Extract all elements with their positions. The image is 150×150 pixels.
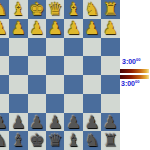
square-a8[interactable]: ♜ xyxy=(101,131,119,150)
piece-white-bishop[interactable]: ♝ xyxy=(11,0,26,19)
piece-white-pawn[interactable]: ♟ xyxy=(11,19,26,38)
piece-black-pawn[interactable]: ♟ xyxy=(84,113,99,132)
square-b7[interactable]: ♟ xyxy=(83,113,101,132)
bottom-time-bar xyxy=(120,75,149,79)
square-b3[interactable] xyxy=(83,38,101,57)
square-e1[interactable]: ♚ xyxy=(28,0,46,19)
square-d6[interactable] xyxy=(46,94,64,113)
square-e6[interactable] xyxy=(28,94,46,113)
square-a4[interactable] xyxy=(101,56,119,75)
square-e3[interactable] xyxy=(28,38,46,57)
square-d2[interactable]: ♟ xyxy=(46,19,64,38)
square-g4[interactable] xyxy=(0,56,9,75)
piece-black-pawn[interactable]: ♟ xyxy=(48,113,63,132)
piece-black-queen[interactable]: ♛ xyxy=(48,131,63,150)
square-b2[interactable]: ♟ xyxy=(83,19,101,38)
piece-black-knight[interactable]: ♞ xyxy=(0,131,8,150)
piece-white-pawn[interactable]: ♟ xyxy=(66,19,81,38)
piece-white-pawn[interactable]: ♟ xyxy=(84,19,99,38)
square-e5[interactable] xyxy=(28,75,46,94)
piece-white-pawn[interactable]: ♟ xyxy=(0,19,8,38)
square-b5[interactable] xyxy=(83,75,101,94)
square-c1[interactable]: ♝ xyxy=(64,0,82,19)
piece-white-pawn[interactable]: ♟ xyxy=(29,19,44,38)
piece-black-pawn[interactable]: ♟ xyxy=(66,113,81,132)
square-e4[interactable] xyxy=(28,56,46,75)
square-e8[interactable]: ♚ xyxy=(28,131,46,150)
square-f2[interactable]: ♟ xyxy=(9,19,27,38)
piece-white-rook[interactable]: ♜ xyxy=(103,0,118,19)
square-d7[interactable]: ♟ xyxy=(46,113,64,132)
piece-black-pawn[interactable]: ♟ xyxy=(29,113,44,132)
square-a1[interactable]: ♜ xyxy=(101,0,119,19)
square-d3[interactable] xyxy=(46,38,64,57)
piece-black-rook[interactable]: ♜ xyxy=(103,131,118,150)
piece-white-king[interactable]: ♚ xyxy=(29,0,44,19)
square-b8[interactable]: ♞ xyxy=(83,131,101,150)
square-d5[interactable] xyxy=(46,75,64,94)
square-d1[interactable]: ♛ xyxy=(46,0,64,19)
square-g3[interactable] xyxy=(0,38,9,57)
square-c5[interactable] xyxy=(64,75,82,94)
square-f7[interactable]: ♟ xyxy=(9,113,27,132)
piece-white-knight[interactable]: ♞ xyxy=(84,0,99,19)
square-g7[interactable]: ♟ xyxy=(0,113,9,132)
piece-white-bishop[interactable]: ♝ xyxy=(66,0,81,19)
bottom-clock-time: 3:00 xyxy=(121,80,135,87)
chess-board: ♜♞♝♚♛♝♞♜♟♟♟♟♟♟♟♟♟♟♟♟♟♟♟♟♜♞♝♚♛♝♞♜ xyxy=(0,0,120,150)
square-f4[interactable] xyxy=(9,56,27,75)
square-c8[interactable]: ♝ xyxy=(64,131,82,150)
square-f8[interactable]: ♝ xyxy=(9,131,27,150)
square-c3[interactable] xyxy=(64,38,82,57)
piece-black-king[interactable]: ♚ xyxy=(29,131,44,150)
piece-white-queen[interactable]: ♛ xyxy=(48,0,63,19)
square-e7[interactable]: ♟ xyxy=(28,113,46,132)
square-f1[interactable]: ♝ xyxy=(9,0,27,19)
piece-black-pawn[interactable]: ♟ xyxy=(0,113,8,132)
piece-black-knight[interactable]: ♞ xyxy=(84,131,99,150)
top-clock: 3:0000 xyxy=(122,58,140,65)
square-b4[interactable] xyxy=(83,56,101,75)
piece-black-pawn[interactable]: ♟ xyxy=(11,113,26,132)
square-a7[interactable]: ♟ xyxy=(101,113,119,132)
square-e2[interactable]: ♟ xyxy=(28,19,46,38)
square-b1[interactable]: ♞ xyxy=(83,0,101,19)
square-c4[interactable] xyxy=(64,56,82,75)
square-a2[interactable]: ♟ xyxy=(101,19,119,38)
piece-black-bishop[interactable]: ♝ xyxy=(11,131,26,150)
square-c7[interactable]: ♟ xyxy=(64,113,82,132)
square-c2[interactable]: ♟ xyxy=(64,19,82,38)
chess-app-window: ♜♞♝♚♛♝♞♜♟♟♟♟♟♟♟♟♟♟♟♟♟♟♟♟♜♞♝♚♛♝♞♜ 3:0000 … xyxy=(0,0,150,150)
top-clock-fraction: 00 xyxy=(136,57,140,62)
piece-black-bishop[interactable]: ♝ xyxy=(66,131,81,150)
square-g2[interactable]: ♟ xyxy=(0,19,9,38)
square-f5[interactable] xyxy=(9,75,27,94)
square-g6[interactable] xyxy=(0,94,9,113)
bottom-clock: 3:0000 xyxy=(121,80,139,87)
square-d8[interactable]: ♛ xyxy=(46,131,64,150)
square-b6[interactable] xyxy=(83,94,101,113)
square-g8[interactable]: ♞ xyxy=(0,131,9,150)
piece-white-pawn[interactable]: ♟ xyxy=(103,19,118,38)
square-a3[interactable] xyxy=(101,38,119,57)
top-clock-time: 3:00 xyxy=(122,58,136,65)
square-f3[interactable] xyxy=(9,38,27,57)
square-a6[interactable] xyxy=(101,94,119,113)
piece-black-pawn[interactable]: ♟ xyxy=(103,113,118,132)
square-g1[interactable]: ♞ xyxy=(0,0,9,19)
square-c6[interactable] xyxy=(64,94,82,113)
top-time-bar xyxy=(120,69,149,73)
bottom-clock-fraction: 00 xyxy=(135,79,139,84)
square-f6[interactable] xyxy=(9,94,27,113)
square-d4[interactable] xyxy=(46,56,64,75)
piece-white-pawn[interactable]: ♟ xyxy=(48,19,63,38)
piece-white-knight[interactable]: ♞ xyxy=(0,0,8,19)
square-g5[interactable] xyxy=(0,75,9,94)
square-a5[interactable] xyxy=(101,75,119,94)
